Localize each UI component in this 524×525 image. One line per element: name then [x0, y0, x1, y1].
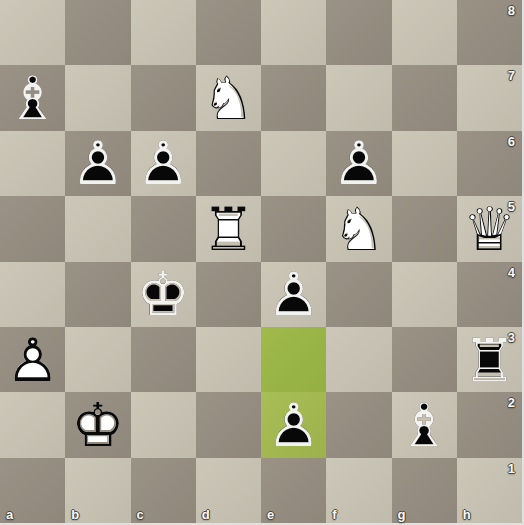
chess-board: 8♝♗♞♘7♟♙♟♙♟♙6♜♖♞♘♛♕5♚♔♟♙4♟♙♜♖3♚♔♟♙♝♗2abc…: [0, 0, 522, 523]
rank-label-6: 6: [508, 134, 515, 149]
square-e3[interactable]: [261, 327, 326, 392]
black-pawn-b6[interactable]: ♟♙: [65, 131, 130, 196]
square-f3[interactable]: [326, 327, 391, 392]
square-g8[interactable]: [392, 0, 457, 65]
square-e8[interactable]: [261, 0, 326, 65]
square-g6[interactable]: [392, 131, 457, 196]
square-f8[interactable]: [326, 0, 391, 65]
white-pawn-a3[interactable]: ♟♙: [0, 327, 65, 392]
square-g1[interactable]: g: [392, 458, 457, 523]
black-pawn-c6[interactable]: ♟♙: [131, 131, 196, 196]
knight-glyph-outline: ♘: [196, 65, 261, 130]
king-glyph-fill: ♚: [131, 262, 196, 327]
black-pawn-e2[interactable]: ♟♙: [261, 392, 326, 457]
black-bishop-a7[interactable]: ♝♗: [0, 65, 65, 130]
square-a7[interactable]: ♝♗: [0, 65, 65, 130]
file-label-e: e: [267, 507, 274, 522]
white-queen-h5[interactable]: ♛♕: [457, 196, 522, 261]
square-d3[interactable]: [196, 327, 261, 392]
square-b4[interactable]: [65, 262, 130, 327]
pawn-glyph-fill: ♟: [326, 131, 391, 196]
pawn-glyph-fill: ♟: [261, 392, 326, 457]
pawn-glyph-outline: ♙: [261, 392, 326, 457]
pawn-glyph-fill: ♟: [0, 327, 65, 392]
square-c4[interactable]: ♚♔: [131, 262, 196, 327]
rook-glyph-outline: ♖: [457, 327, 522, 392]
black-king-c4[interactable]: ♚♔: [131, 262, 196, 327]
king-glyph-outline: ♔: [131, 262, 196, 327]
bishop-glyph-fill: ♝: [392, 392, 457, 457]
rook-glyph-fill: ♜: [196, 196, 261, 261]
square-d4[interactable]: [196, 262, 261, 327]
square-f5[interactable]: ♞♘: [326, 196, 391, 261]
square-h1[interactable]: 1h: [457, 458, 522, 523]
square-h6[interactable]: 6: [457, 131, 522, 196]
file-label-f: f: [332, 507, 336, 522]
square-b3[interactable]: [65, 327, 130, 392]
black-bishop-g2[interactable]: ♝♗: [392, 392, 457, 457]
file-label-a: a: [6, 507, 13, 522]
pawn-glyph-outline: ♙: [0, 327, 65, 392]
rank-label-8: 8: [508, 3, 515, 18]
square-c7[interactable]: [131, 65, 196, 130]
square-b2[interactable]: ♚♔: [65, 392, 130, 457]
square-b7[interactable]: [65, 65, 130, 130]
square-b1[interactable]: b: [65, 458, 130, 523]
square-f1[interactable]: f: [326, 458, 391, 523]
square-h8[interactable]: 8: [457, 0, 522, 65]
rank-label-7: 7: [508, 68, 515, 83]
square-b6[interactable]: ♟♙: [65, 131, 130, 196]
knight-glyph-fill: ♞: [196, 65, 261, 130]
square-c3[interactable]: [131, 327, 196, 392]
pawn-glyph-outline: ♙: [131, 131, 196, 196]
square-g4[interactable]: [392, 262, 457, 327]
white-knight-d7[interactable]: ♞♘: [196, 65, 261, 130]
square-f4[interactable]: [326, 262, 391, 327]
king-glyph-fill: ♚: [65, 392, 130, 457]
pawn-glyph-fill: ♟: [65, 131, 130, 196]
square-h4[interactable]: 4: [457, 262, 522, 327]
square-d8[interactable]: [196, 0, 261, 65]
square-c8[interactable]: [131, 0, 196, 65]
knight-glyph-outline: ♘: [326, 196, 391, 261]
square-h7[interactable]: 7: [457, 65, 522, 130]
bishop-glyph-outline: ♗: [392, 392, 457, 457]
square-e4[interactable]: ♟♙: [261, 262, 326, 327]
white-king-b2[interactable]: ♚♔: [65, 392, 130, 457]
queen-glyph-outline: ♕: [457, 196, 522, 261]
square-a4[interactable]: [0, 262, 65, 327]
pawn-glyph-outline: ♙: [65, 131, 130, 196]
queen-glyph-fill: ♛: [457, 196, 522, 261]
chess-app-window: 8♝♗♞♘7♟♙♟♙♟♙6♜♖♞♘♛♕5♚♔♟♙4♟♙♜♖3♚♔♟♙♝♗2abc…: [0, 0, 524, 525]
square-a1[interactable]: a: [0, 458, 65, 523]
file-label-g: g: [398, 507, 406, 522]
square-d7[interactable]: ♞♘: [196, 65, 261, 130]
square-f7[interactable]: [326, 65, 391, 130]
square-f6[interactable]: ♟♙: [326, 131, 391, 196]
file-label-b: b: [71, 507, 79, 522]
black-pawn-f6[interactable]: ♟♙: [326, 131, 391, 196]
square-e5[interactable]: [261, 196, 326, 261]
king-glyph-outline: ♔: [65, 392, 130, 457]
square-e7[interactable]: [261, 65, 326, 130]
square-g3[interactable]: [392, 327, 457, 392]
square-d6[interactable]: [196, 131, 261, 196]
square-a2[interactable]: [0, 392, 65, 457]
square-c2[interactable]: [131, 392, 196, 457]
square-e2[interactable]: ♟♙: [261, 392, 326, 457]
square-g5[interactable]: [392, 196, 457, 261]
square-h5[interactable]: ♛♕5: [457, 196, 522, 261]
square-e1[interactable]: e: [261, 458, 326, 523]
black-rook-h3[interactable]: ♜♖: [457, 327, 522, 392]
file-label-c: c: [137, 507, 144, 522]
square-b8[interactable]: [65, 0, 130, 65]
rank-label-1: 1: [508, 461, 515, 476]
pawn-glyph-outline: ♙: [261, 262, 326, 327]
square-d5[interactable]: ♜♖: [196, 196, 261, 261]
square-e6[interactable]: [261, 131, 326, 196]
bishop-glyph-fill: ♝: [0, 65, 65, 130]
file-label-d: d: [202, 507, 210, 522]
square-g2[interactable]: ♝♗: [392, 392, 457, 457]
square-f2[interactable]: [326, 392, 391, 457]
square-b5[interactable]: [65, 196, 130, 261]
white-knight-f5[interactable]: ♞♘: [326, 196, 391, 261]
pawn-glyph-outline: ♙: [326, 131, 391, 196]
square-c6[interactable]: ♟♙: [131, 131, 196, 196]
knight-glyph-fill: ♞: [326, 196, 391, 261]
square-h3[interactable]: ♜♖3: [457, 327, 522, 392]
rook-glyph-fill: ♜: [457, 327, 522, 392]
pawn-glyph-fill: ♟: [131, 131, 196, 196]
white-rook-d5[interactable]: ♜♖: [196, 196, 261, 261]
rank-label-4: 4: [508, 265, 515, 280]
bishop-glyph-outline: ♗: [0, 65, 65, 130]
rank-label-2: 2: [508, 395, 515, 410]
file-label-h: h: [463, 507, 471, 522]
square-h2[interactable]: 2: [457, 392, 522, 457]
black-pawn-e4[interactable]: ♟♙: [261, 262, 326, 327]
square-g7[interactable]: [392, 65, 457, 130]
rook-glyph-outline: ♖: [196, 196, 261, 261]
square-a3[interactable]: ♟♙: [0, 327, 65, 392]
square-a6[interactable]: [0, 131, 65, 196]
square-d2[interactable]: [196, 392, 261, 457]
square-c5[interactable]: [131, 196, 196, 261]
square-a8[interactable]: [0, 0, 65, 65]
square-d1[interactable]: d: [196, 458, 261, 523]
square-a5[interactable]: [0, 196, 65, 261]
pawn-glyph-fill: ♟: [261, 262, 326, 327]
square-c1[interactable]: c: [131, 458, 196, 523]
